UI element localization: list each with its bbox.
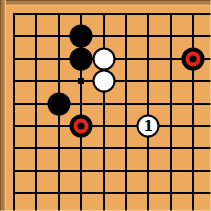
crop-edge-bottom [0, 210, 211, 211]
stone-black-c9-r3[interactable] [182, 47, 205, 70]
board-frame-left [0, 0, 6, 211]
stone-white-c5-r4[interactable] [92, 70, 115, 93]
stone-white-c7-r6[interactable]: 1 [137, 115, 160, 138]
stone-black-c4-r6[interactable] [70, 115, 93, 138]
stone-black-c4-r3[interactable] [70, 47, 93, 70]
circle-marker-icon [186, 51, 201, 66]
square-point-marker [78, 78, 84, 84]
crop-edge-right [210, 0, 211, 211]
stone-black-c3-r5[interactable] [47, 92, 70, 115]
circle-marker-icon [74, 119, 89, 134]
board-frame-top [0, 0, 211, 6]
board-grid[interactable] [13, 13, 211, 211]
go-board-diagram: 1 [0, 0, 211, 211]
stone-black-c4-r2[interactable] [70, 25, 93, 48]
move-number-label: 1 [144, 119, 154, 134]
stone-white-c5-r3[interactable] [92, 47, 115, 70]
